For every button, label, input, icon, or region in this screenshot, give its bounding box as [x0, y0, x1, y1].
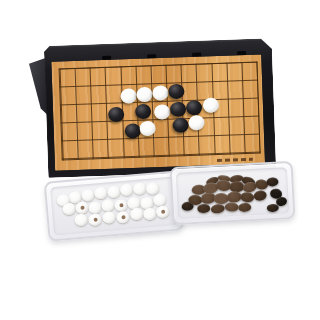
tray-stone-black — [210, 203, 225, 214]
photo-canvas — [0, 0, 320, 320]
black-stone-tray — [170, 161, 296, 225]
board-stone-black — [170, 102, 187, 118]
board-stone-black — [172, 118, 189, 134]
tray-stone-white — [94, 187, 108, 200]
board-stone-black — [168, 84, 185, 100]
tray-stone-white — [75, 201, 89, 214]
magnet-dot-icon — [119, 203, 123, 207]
board-stone-black — [186, 100, 203, 116]
tray-stone-white — [133, 182, 147, 195]
tray-stone-white — [101, 199, 115, 212]
tray-stone-white — [120, 183, 134, 196]
tray-stone-white — [107, 185, 121, 198]
board-stone-white — [139, 121, 156, 137]
board-stone-black — [125, 123, 142, 139]
tray-stone-white — [130, 208, 144, 221]
tray-stone-white — [62, 202, 76, 215]
tray-stone-white — [143, 207, 157, 220]
tray-stone-black — [266, 177, 278, 187]
tray-stone-black — [240, 192, 255, 203]
tray-stone-white — [74, 213, 88, 226]
magnet-dot-icon — [80, 206, 84, 210]
tray-stone-white — [88, 201, 102, 214]
tray-stone-white — [102, 211, 116, 224]
board-stone-white — [136, 87, 153, 103]
black-tray-floor — [176, 167, 289, 219]
tray-stone-white — [114, 199, 128, 212]
board-stone-white — [188, 115, 205, 131]
tray-stone-white — [156, 205, 170, 218]
white-stone-tray — [44, 170, 185, 242]
white-tray-floor — [50, 177, 178, 236]
board-stone-black — [108, 107, 125, 123]
tray-stone-white — [153, 193, 167, 206]
tray-stone-black — [225, 202, 239, 211]
white-tray-stones-layer — [50, 177, 178, 236]
tray-stone-black — [253, 189, 268, 201]
board-stones-layer — [44, 38, 276, 178]
tray-stone-white — [116, 211, 130, 224]
tray-stone-black — [181, 202, 193, 212]
tray-stone-white — [81, 189, 95, 202]
magnet-dot-icon — [121, 215, 125, 219]
magnet-dot-icon — [161, 210, 165, 214]
board-stone-white — [120, 88, 137, 104]
tray-stone-black — [197, 204, 210, 214]
go-board — [44, 38, 276, 178]
tray-stone-white — [88, 213, 102, 226]
board-stone-white — [203, 97, 220, 113]
tray-stone-black — [238, 203, 251, 213]
black-tray-stones-layer — [176, 167, 289, 219]
tray-stone-black — [267, 204, 279, 213]
magnet-dot-icon — [93, 218, 97, 222]
board-stone-white — [152, 85, 169, 101]
board-stone-white — [154, 104, 171, 120]
board-stone-black — [135, 104, 152, 120]
